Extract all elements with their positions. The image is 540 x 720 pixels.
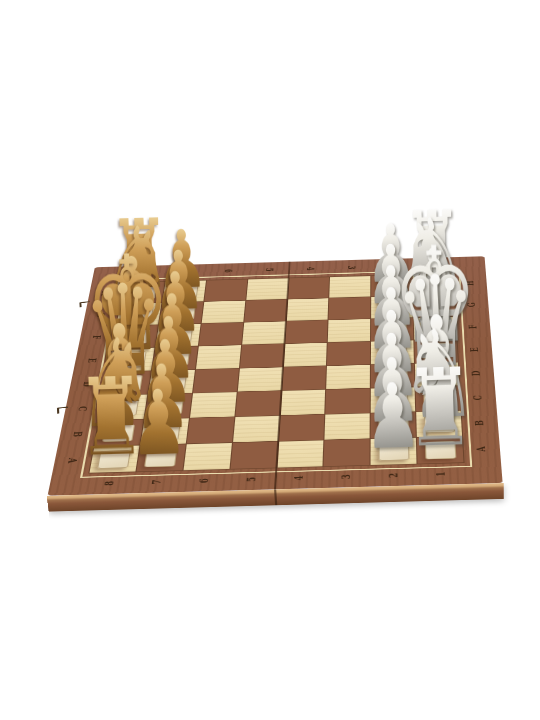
coord-far-rank-4: 4 bbox=[303, 264, 316, 273]
square-a8: ♜ bbox=[90, 445, 140, 472]
coord-near-rank-5: 5 bbox=[244, 474, 260, 486]
coord-near-rank-4: 4 bbox=[292, 472, 308, 484]
square-h4 bbox=[288, 277, 330, 299]
square-f4 bbox=[285, 320, 328, 343]
chess-board: ♜♟♟♜♞♟♟♞♝♟♟♝♚♟♟♚♛♟♟♛♝♟♟♝♞♟♟♞♜♟♟♜ 8877665… bbox=[48, 256, 503, 495]
square-c4 bbox=[280, 390, 325, 415]
square-d6 bbox=[193, 368, 239, 393]
square-a1: ♜ bbox=[417, 436, 463, 463]
square-b6 bbox=[187, 417, 234, 443]
coord-near-rank-1: 1 bbox=[434, 468, 450, 480]
square-f5 bbox=[242, 321, 286, 344]
square-d5 bbox=[237, 367, 282, 392]
coord-near-rank-7: 7 bbox=[149, 476, 166, 488]
square-b5 bbox=[233, 416, 280, 442]
square-h5 bbox=[246, 278, 288, 300]
square-h6 bbox=[204, 279, 247, 301]
square-c5 bbox=[235, 391, 281, 417]
square-g6 bbox=[201, 301, 245, 324]
piece-white-rook-a1: ♜ bbox=[417, 436, 463, 463]
piece-black-rook-a8: ♜ bbox=[90, 445, 140, 472]
square-d4 bbox=[282, 366, 326, 391]
product-photo: ♜♟♟♜♞♟♟♞♝♟♟♝♚♟♟♚♛♟♟♛♝♟♟♝♞♟♟♞♜♟♟♜ 8877665… bbox=[0, 0, 540, 720]
square-a3 bbox=[324, 439, 370, 466]
coord-near-rank-3: 3 bbox=[339, 471, 354, 483]
coord-near-rank-6: 6 bbox=[197, 475, 213, 487]
coord-near-rank-8: 8 bbox=[102, 478, 119, 490]
board-perspective-wrapper: ♜♟♟♜♞♟♟♞♝♟♟♝♚♟♟♚♛♟♟♛♝♟♟♝♞♟♟♞♜♟♟♜ 8877665… bbox=[0, 0, 540, 720]
silver-piece-glyph: ♜ bbox=[403, 357, 475, 460]
square-g5 bbox=[244, 299, 287, 322]
square-c6 bbox=[190, 392, 237, 418]
clasp-hook-icon bbox=[57, 407, 69, 414]
square-e6 bbox=[196, 345, 241, 369]
gold-piece-glyph: ♜ bbox=[76, 366, 148, 469]
coord-far-rank-7: 7 bbox=[179, 268, 193, 277]
coord-far-rank-3: 3 bbox=[344, 263, 357, 272]
square-g4 bbox=[286, 298, 328, 320]
square-a6 bbox=[183, 443, 231, 470]
square-e5 bbox=[240, 344, 284, 368]
board-squares: ♜♟♟♜♞♟♟♞♝♟♟♝♚♟♟♚♛♟♟♛♝♟♟♝♞♟♟♞♜♟♟♜ bbox=[88, 273, 464, 473]
coord-far-rank-6: 6 bbox=[221, 267, 235, 276]
fold-seam-front bbox=[274, 489, 277, 505]
square-a5 bbox=[230, 442, 277, 469]
perspective-container: ♜♟♟♜♞♟♟♞♝♟♟♝♚♟♟♚♛♟♟♛♝♟♟♝♞♟♟♞♜♟♟♜ 8877665… bbox=[67, 151, 499, 583]
coord-right-file-A: A bbox=[474, 443, 490, 454]
square-e4 bbox=[283, 343, 327, 367]
square-a4 bbox=[277, 440, 324, 467]
coord-near-rank-2: 2 bbox=[387, 470, 402, 482]
square-b4 bbox=[279, 415, 325, 441]
square-f6 bbox=[199, 322, 243, 345]
coord-far-rank-5: 5 bbox=[262, 265, 276, 274]
